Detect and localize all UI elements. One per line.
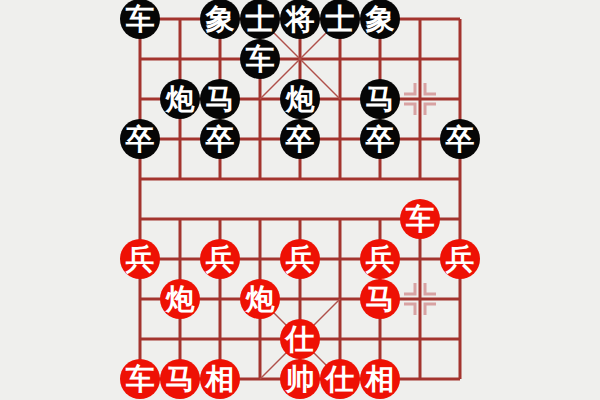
piece-glyph: 卒 [126,125,155,154]
piece-black-soldier[interactable]: 卒 [120,119,160,159]
piece-red-advisor[interactable]: 仕 [320,359,360,399]
piece-red-general[interactable]: 帅 [280,359,320,399]
piece-glyph: 象 [206,5,235,34]
piece-glyph: 马 [166,365,195,394]
piece-black-elephant[interactable]: 象 [360,0,400,39]
piece-red-elephant[interactable]: 相 [360,359,400,399]
piece-glyph: 帅 [286,365,315,394]
piece-glyph: 炮 [166,285,195,314]
piece-red-horse[interactable]: 马 [360,279,400,319]
piece-black-cannon[interactable]: 炮 [160,79,200,119]
piece-red-soldier[interactable]: 兵 [440,239,480,279]
piece-glyph: 卒 [286,125,315,154]
piece-glyph: 卒 [206,125,235,154]
piece-glyph: 仕 [326,365,355,394]
piece-black-horse[interactable]: 马 [360,79,400,119]
piece-red-chariot[interactable]: 车 [120,359,160,399]
piece-red-soldier[interactable]: 兵 [360,239,400,279]
piece-black-advisor[interactable]: 士 [240,0,280,39]
piece-glyph: 车 [246,45,275,74]
piece-glyph: 士 [326,5,355,34]
piece-glyph: 马 [206,85,235,114]
piece-red-cannon[interactable]: 炮 [240,279,280,319]
piece-red-soldier[interactable]: 兵 [200,239,240,279]
piece-black-soldier[interactable]: 卒 [440,119,480,159]
piece-black-chariot[interactable]: 车 [240,39,280,79]
piece-red-cannon[interactable]: 炮 [160,279,200,319]
piece-red-horse[interactable]: 马 [160,359,200,399]
piece-red-elephant[interactable]: 相 [200,359,240,399]
piece-glyph: 兵 [446,245,475,274]
piece-glyph: 马 [366,85,395,114]
piece-black-advisor[interactable]: 士 [320,0,360,39]
piece-black-general[interactable]: 将 [280,0,320,39]
piece-glyph: 相 [366,365,395,394]
piece-glyph: 卒 [366,125,395,154]
piece-black-cannon[interactable]: 炮 [280,79,320,119]
piece-glyph: 车 [126,365,155,394]
piece-glyph: 车 [126,5,155,34]
piece-black-soldier[interactable]: 卒 [200,119,240,159]
piece-glyph: 将 [286,5,315,34]
screenshot-root: 车象士将士象车炮马炮马卒卒卒卒卒车兵兵兵兵兵炮炮马仕车马相帅仕相 [0,0,600,400]
piece-glyph: 象 [366,5,395,34]
piece-black-horse[interactable]: 马 [200,79,240,119]
piece-black-soldier[interactable]: 卒 [360,119,400,159]
piece-glyph: 马 [366,285,395,314]
piece-black-elephant[interactable]: 象 [200,0,240,39]
piece-glyph: 相 [206,365,235,394]
piece-glyph: 兵 [286,245,315,274]
piece-glyph: 士 [246,5,275,34]
piece-glyph: 兵 [126,245,155,274]
piece-red-soldier[interactable]: 兵 [280,239,320,279]
piece-black-soldier[interactable]: 卒 [280,119,320,159]
piece-glyph: 兵 [366,245,395,274]
piece-red-soldier[interactable]: 兵 [120,239,160,279]
piece-glyph: 车 [406,205,435,234]
piece-glyph: 仕 [286,325,315,354]
piece-glyph: 兵 [206,245,235,274]
piece-glyph: 炮 [246,285,275,314]
piece-red-chariot[interactable]: 车 [400,199,440,239]
piece-black-chariot[interactable]: 车 [120,0,160,39]
piece-red-advisor[interactable]: 仕 [280,319,320,359]
piece-glyph: 炮 [166,85,195,114]
xiangqi-board[interactable]: 车象士将士象车炮马炮马卒卒卒卒卒车兵兵兵兵兵炮炮马仕车马相帅仕相 [120,0,480,399]
piece-glyph: 卒 [446,125,475,154]
piece-glyph: 炮 [286,85,315,114]
board-grid: 车象士将士象车炮马炮马卒卒卒卒卒车兵兵兵兵兵炮炮马仕车马相帅仕相 [120,0,480,399]
